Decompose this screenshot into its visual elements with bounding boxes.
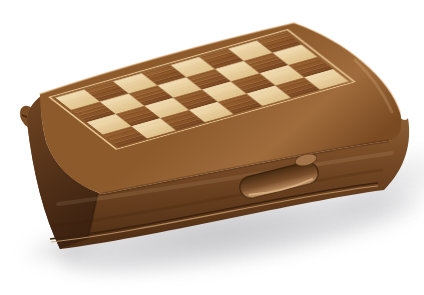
chessboard-photo-scene: [0, 0, 424, 295]
chess-box: [0, 0, 424, 295]
